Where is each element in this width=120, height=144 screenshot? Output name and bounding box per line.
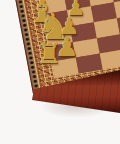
chess-piece-pawn: ♟ — [67, 0, 86, 19]
board-square — [99, 50, 120, 70]
product-photo: ♝♞♜♟♟♟ — [0, 0, 120, 144]
board-square — [76, 54, 103, 74]
